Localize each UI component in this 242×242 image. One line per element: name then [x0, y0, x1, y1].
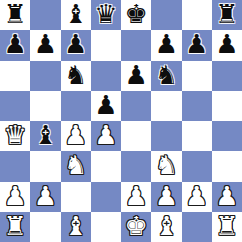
square-e4[interactable]	[121, 121, 151, 151]
white-rook[interactable]: ♜	[215, 213, 238, 239]
square-g4[interactable]	[182, 121, 212, 151]
black-bishop[interactable]: ♝	[34, 122, 57, 148]
black-pawn[interactable]: ♟	[3, 31, 26, 57]
square-f8[interactable]	[151, 0, 181, 30]
square-a5[interactable]	[0, 91, 30, 121]
black-king[interactable]: ♚	[124, 1, 147, 27]
black-pawn[interactable]: ♟	[94, 92, 117, 118]
square-c1[interactable]: ♝	[61, 212, 91, 242]
black-rook[interactable]: ♜	[215, 1, 238, 27]
white-pawn[interactable]: ♟	[124, 183, 147, 209]
white-bishop[interactable]: ♝	[64, 213, 87, 239]
square-g8[interactable]	[182, 0, 212, 30]
square-h4[interactable]	[212, 121, 242, 151]
square-f5[interactable]	[151, 91, 181, 121]
white-queen[interactable]: ♛	[3, 122, 26, 148]
square-e3[interactable]	[121, 151, 151, 181]
square-b7[interactable]: ♟	[30, 30, 60, 60]
square-c5[interactable]	[61, 91, 91, 121]
square-d3[interactable]	[91, 151, 121, 181]
square-f7[interactable]: ♟	[151, 30, 181, 60]
square-b5[interactable]	[30, 91, 60, 121]
square-a1[interactable]: ♜	[0, 212, 30, 242]
square-f4[interactable]	[151, 121, 181, 151]
black-pawn[interactable]: ♟	[124, 62, 147, 88]
black-pawn[interactable]: ♟	[155, 31, 178, 57]
white-knight[interactable]: ♞	[155, 152, 178, 178]
square-g2[interactable]: ♟	[182, 182, 212, 212]
white-pawn[interactable]: ♟	[185, 183, 208, 209]
square-a7[interactable]: ♟	[0, 30, 30, 60]
square-d5[interactable]: ♟	[91, 91, 121, 121]
square-e8[interactable]: ♚	[121, 0, 151, 30]
square-c3[interactable]: ♞	[61, 151, 91, 181]
square-h2[interactable]: ♟	[212, 182, 242, 212]
square-d1[interactable]	[91, 212, 121, 242]
black-pawn[interactable]: ♟	[64, 31, 87, 57]
square-g3[interactable]	[182, 151, 212, 181]
black-pawn[interactable]: ♟	[215, 31, 238, 57]
white-knight[interactable]: ♞	[64, 152, 87, 178]
square-b6[interactable]	[30, 61, 60, 91]
square-e1[interactable]: ♚	[121, 212, 151, 242]
black-knight[interactable]: ♞	[155, 62, 178, 88]
square-h6[interactable]	[212, 61, 242, 91]
square-g5[interactable]	[182, 91, 212, 121]
square-e7[interactable]	[121, 30, 151, 60]
square-f1[interactable]: ♝	[151, 212, 181, 242]
white-pawn[interactable]: ♟	[64, 122, 87, 148]
square-c7[interactable]: ♟	[61, 30, 91, 60]
square-b3[interactable]	[30, 151, 60, 181]
chess-board: ♜♝♛♚♜♟♟♟♟♟♟♞♟♞♟♛♝♟♟♞♞♟♟♟♟♟♟♜♝♚♝♜	[0, 0, 242, 242]
square-d4[interactable]: ♟	[91, 121, 121, 151]
square-d6[interactable]	[91, 61, 121, 91]
square-h3[interactable]	[212, 151, 242, 181]
square-d8[interactable]: ♛	[91, 0, 121, 30]
square-h1[interactable]: ♜	[212, 212, 242, 242]
square-c2[interactable]	[61, 182, 91, 212]
black-pawn[interactable]: ♟	[185, 31, 208, 57]
white-pawn[interactable]: ♟	[34, 183, 57, 209]
black-bishop[interactable]: ♝	[64, 1, 87, 27]
white-pawn[interactable]: ♟	[94, 122, 117, 148]
square-h8[interactable]: ♜	[212, 0, 242, 30]
square-a3[interactable]	[0, 151, 30, 181]
black-knight[interactable]: ♞	[64, 62, 87, 88]
square-c8[interactable]: ♝	[61, 0, 91, 30]
square-f3[interactable]: ♞	[151, 151, 181, 181]
black-rook[interactable]: ♜	[3, 1, 26, 27]
square-b8[interactable]	[30, 0, 60, 30]
white-pawn[interactable]: ♟	[3, 183, 26, 209]
square-f2[interactable]: ♟	[151, 182, 181, 212]
square-d7[interactable]	[91, 30, 121, 60]
square-c6[interactable]: ♞	[61, 61, 91, 91]
square-g1[interactable]	[182, 212, 212, 242]
square-a8[interactable]: ♜	[0, 0, 30, 30]
square-b1[interactable]	[30, 212, 60, 242]
square-b2[interactable]: ♟	[30, 182, 60, 212]
white-bishop[interactable]: ♝	[155, 213, 178, 239]
square-e6[interactable]: ♟	[121, 61, 151, 91]
square-e2[interactable]: ♟	[121, 182, 151, 212]
white-king[interactable]: ♚	[124, 213, 147, 239]
square-c4[interactable]: ♟	[61, 121, 91, 151]
black-pawn[interactable]: ♟	[34, 31, 57, 57]
square-h5[interactable]	[212, 91, 242, 121]
square-a4[interactable]: ♛	[0, 121, 30, 151]
square-a6[interactable]	[0, 61, 30, 91]
white-pawn[interactable]: ♟	[155, 183, 178, 209]
square-e5[interactable]	[121, 91, 151, 121]
white-rook[interactable]: ♜	[3, 213, 26, 239]
square-d2[interactable]	[91, 182, 121, 212]
square-g7[interactable]: ♟	[182, 30, 212, 60]
square-f6[interactable]: ♞	[151, 61, 181, 91]
square-b4[interactable]: ♝	[30, 121, 60, 151]
black-queen[interactable]: ♛	[94, 1, 117, 27]
white-pawn[interactable]: ♟	[215, 183, 238, 209]
square-g6[interactable]	[182, 61, 212, 91]
square-h7[interactable]: ♟	[212, 30, 242, 60]
square-a2[interactable]: ♟	[0, 182, 30, 212]
